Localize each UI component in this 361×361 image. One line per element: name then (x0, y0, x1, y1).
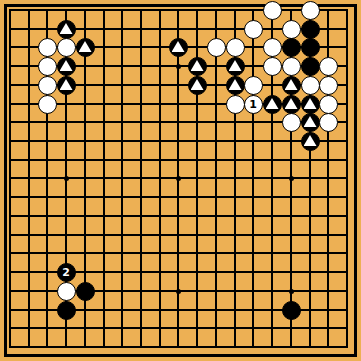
stone-black-triangle (57, 76, 76, 95)
star-point (176, 64, 181, 69)
star-point (176, 289, 181, 294)
stone-white (263, 1, 282, 20)
stone-black (282, 301, 301, 320)
triangle-mark (191, 79, 204, 90)
stone-black-triangle (76, 38, 95, 57)
stone-white (38, 76, 57, 95)
stone-white (263, 38, 282, 57)
triangle-mark (304, 98, 317, 109)
stone-black (301, 20, 320, 39)
stone-black (282, 38, 301, 57)
stone-white (226, 95, 245, 114)
triangle-mark (60, 60, 73, 71)
move-number-label: 2 (62, 263, 70, 282)
triangle-mark (172, 41, 185, 52)
stone-white (263, 57, 282, 76)
stone-black-triangle (188, 76, 207, 95)
stone-white (319, 95, 338, 114)
stone-black-triangle (301, 113, 320, 132)
star-point (176, 176, 181, 181)
stone-black-triangle (282, 95, 301, 114)
stone-white (57, 38, 76, 57)
stone-black-triangle (301, 132, 320, 151)
stone-white (57, 282, 76, 301)
stone-white (282, 20, 301, 39)
stone-black-triangle (57, 20, 76, 39)
go-board[interactable]: 12 (0, 0, 361, 361)
triangle-mark (60, 23, 73, 34)
stone-white (282, 113, 301, 132)
stone-black-triangle (301, 95, 320, 114)
stone-white-move-1: 1 (244, 95, 263, 114)
triangle-mark (304, 116, 317, 127)
triangle-mark (304, 135, 317, 146)
star-point (64, 176, 69, 181)
grid-line-vertical (346, 9, 348, 348)
stone-white (301, 76, 320, 95)
go-diagram: 12 (0, 0, 361, 361)
triangle-mark (60, 79, 73, 90)
stone-white (282, 57, 301, 76)
stone-white (319, 113, 338, 132)
stone-white (38, 95, 57, 114)
stone-white (244, 76, 263, 95)
grid-line-vertical (252, 9, 254, 348)
stone-black-triangle (57, 57, 76, 76)
stone-black (301, 57, 320, 76)
triangle-mark (79, 41, 92, 52)
grid-line-horizontal (9, 346, 348, 348)
stone-white (244, 20, 263, 39)
grid-line-vertical (215, 9, 217, 348)
stone-white (226, 38, 245, 57)
stone-black-triangle (226, 76, 245, 95)
triangle-mark (191, 60, 204, 71)
move-number-label: 1 (249, 95, 257, 114)
stone-white (319, 57, 338, 76)
stone-black-triangle (226, 57, 245, 76)
stone-white (319, 76, 338, 95)
grid-line-horizontal (9, 252, 348, 254)
stone-black-move-2: 2 (57, 263, 76, 282)
star-point (289, 176, 294, 181)
stone-white (301, 1, 320, 20)
triangle-mark (285, 98, 298, 109)
grid-line-horizontal (9, 215, 348, 217)
stone-black (76, 282, 95, 301)
stone-black-triangle (263, 95, 282, 114)
grid-line-horizontal (9, 234, 348, 236)
stone-black-triangle (282, 76, 301, 95)
stone-white (38, 38, 57, 57)
stone-white (207, 38, 226, 57)
stone-white (38, 57, 57, 76)
grid-line-horizontal (9, 327, 348, 329)
triangle-mark (266, 98, 279, 109)
stone-black (57, 301, 76, 320)
stone-black (301, 38, 320, 57)
triangle-mark (229, 79, 242, 90)
board-frame (4, 4, 357, 357)
triangle-mark (285, 79, 298, 90)
star-point (289, 289, 294, 294)
grid-line-horizontal (9, 196, 348, 198)
triangle-mark (229, 60, 242, 71)
stone-black-triangle (188, 57, 207, 76)
stone-black-triangle (169, 38, 188, 57)
